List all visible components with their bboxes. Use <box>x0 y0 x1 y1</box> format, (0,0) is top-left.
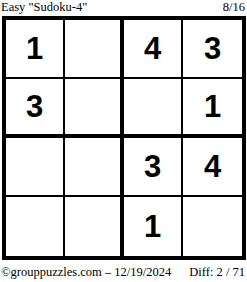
cell-r1c1: 1 <box>6 20 65 79</box>
cell-r1c2 <box>65 20 124 79</box>
cell-r4c3: 1 <box>124 197 183 256</box>
givens-count: 8/16 <box>223 0 245 14</box>
cell-r1c3: 4 <box>124 20 183 79</box>
cell-r2c4: 1 <box>183 79 242 138</box>
cell-r3c3: 3 <box>124 138 183 197</box>
sudoku-board: 1 4 3 3 1 3 4 1 <box>2 16 246 260</box>
cell-r4c2 <box>65 197 124 256</box>
cell-r1c4: 3 <box>183 20 242 79</box>
cell-r3c4: 4 <box>183 138 242 197</box>
cell-r4c4 <box>183 197 242 256</box>
difficulty-text: Diff: 2 / 71 <box>189 266 245 279</box>
copyright-text: ©grouppuzzles.com – 12/19/2024 <box>1 266 171 279</box>
cell-r2c1: 3 <box>6 79 65 138</box>
cell-r3c2 <box>65 138 124 197</box>
puzzle-page: Easy "Sudoku-4" 8/16 1 4 3 3 1 3 4 1 ©gr… <box>0 0 247 282</box>
cell-r2c2 <box>65 79 124 138</box>
cell-r3c1 <box>6 138 65 197</box>
cell-r2c3 <box>124 79 183 138</box>
cell-r4c1 <box>6 197 65 256</box>
puzzle-title: Easy "Sudoku-4" <box>1 0 87 14</box>
footer: ©grouppuzzles.com – 12/19/2024 Diff: 2 /… <box>0 260 247 279</box>
header: Easy "Sudoku-4" 8/16 <box>0 0 247 16</box>
